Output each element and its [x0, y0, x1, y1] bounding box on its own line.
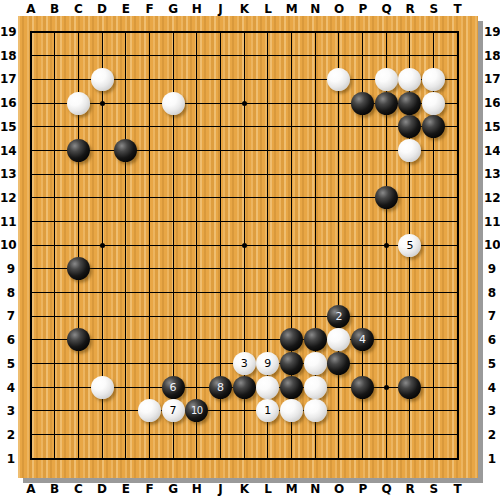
board-intersection-J2[interactable]	[209, 423, 233, 447]
board-intersection-O13[interactable]	[327, 162, 351, 186]
board-intersection-H2[interactable]	[185, 423, 209, 447]
board-intersection-C14[interactable]	[67, 139, 91, 163]
board-intersection-C15[interactable]	[67, 115, 91, 139]
board-intersection-K4[interactable]	[232, 375, 256, 399]
board-intersection-D1[interactable]	[90, 447, 114, 471]
board-intersection-L12[interactable]	[256, 186, 280, 210]
board-intersection-Q11[interactable]	[374, 210, 398, 234]
board-intersection-E4[interactable]	[114, 375, 138, 399]
board-intersection-F9[interactable]	[138, 257, 162, 281]
board-intersection-B14[interactable]	[43, 139, 67, 163]
board-intersection-M15[interactable]	[280, 115, 304, 139]
board-intersection-R15[interactable]	[398, 115, 422, 139]
board-intersection-A4[interactable]	[19, 375, 43, 399]
board-intersection-J14[interactable]	[209, 139, 233, 163]
board-intersection-K9[interactable]	[232, 257, 256, 281]
board-intersection-D10[interactable]	[90, 233, 114, 257]
board-intersection-T15[interactable]	[446, 115, 470, 139]
board-intersection-Q3[interactable]	[374, 399, 398, 423]
board-intersection-P17[interactable]	[351, 68, 375, 92]
board-intersection-D9[interactable]	[90, 257, 114, 281]
board-intersection-P2[interactable]	[351, 423, 375, 447]
board-intersection-O2[interactable]	[327, 423, 351, 447]
board-intersection-L6[interactable]	[256, 328, 280, 352]
board-intersection-M9[interactable]	[280, 257, 304, 281]
board-intersection-A16[interactable]	[19, 91, 43, 115]
board-intersection-M6[interactable]	[280, 328, 304, 352]
board-intersection-S6[interactable]	[422, 328, 446, 352]
board-intersection-R19[interactable]	[398, 20, 422, 44]
board-intersection-F7[interactable]	[138, 304, 162, 328]
board-intersection-N2[interactable]	[303, 423, 327, 447]
board-intersection-A7[interactable]	[19, 304, 43, 328]
board-intersection-J3[interactable]	[209, 399, 233, 423]
board-intersection-M13[interactable]	[280, 162, 304, 186]
board-intersection-Q2[interactable]	[374, 423, 398, 447]
board-intersection-B3[interactable]	[43, 399, 67, 423]
board-intersection-F2[interactable]	[138, 423, 162, 447]
board-intersection-C13[interactable]	[67, 162, 91, 186]
board-intersection-S18[interactable]	[422, 44, 446, 68]
board-intersection-R11[interactable]	[398, 210, 422, 234]
board-intersection-E17[interactable]	[114, 68, 138, 92]
board-intersection-G1[interactable]	[161, 447, 185, 471]
board-intersection-G7[interactable]	[161, 304, 185, 328]
board-intersection-L17[interactable]	[256, 68, 280, 92]
board-intersection-A15[interactable]	[19, 115, 43, 139]
board-intersection-D4[interactable]	[90, 375, 114, 399]
board-intersection-C8[interactable]	[67, 281, 91, 305]
board-intersection-K6[interactable]	[232, 328, 256, 352]
board-intersection-O17[interactable]	[327, 68, 351, 92]
board-intersection-T19[interactable]	[446, 20, 470, 44]
board-intersection-M3[interactable]	[280, 399, 304, 423]
board-intersection-B9[interactable]	[43, 257, 67, 281]
board-intersection-F10[interactable]	[138, 233, 162, 257]
board-intersection-T11[interactable]	[446, 210, 470, 234]
board-intersection-D19[interactable]	[90, 20, 114, 44]
board-intersection-G2[interactable]	[161, 423, 185, 447]
board-intersection-F15[interactable]	[138, 115, 162, 139]
board-intersection-A10[interactable]	[19, 233, 43, 257]
board-intersection-O5[interactable]	[327, 352, 351, 376]
board-intersection-M8[interactable]	[280, 281, 304, 305]
board-intersection-S1[interactable]	[422, 447, 446, 471]
board-intersection-D15[interactable]	[90, 115, 114, 139]
board-intersection-B2[interactable]	[43, 423, 67, 447]
board-intersection-B7[interactable]	[43, 304, 67, 328]
board-intersection-T13[interactable]	[446, 162, 470, 186]
board-intersection-B5[interactable]	[43, 352, 67, 376]
board-intersection-R1[interactable]	[398, 447, 422, 471]
board-intersection-O1[interactable]	[327, 447, 351, 471]
board-intersection-C9[interactable]	[67, 257, 91, 281]
board-intersection-F14[interactable]	[138, 139, 162, 163]
board-intersection-R16[interactable]	[398, 91, 422, 115]
board-intersection-N19[interactable]	[303, 20, 327, 44]
board-intersection-M4[interactable]	[280, 375, 304, 399]
board-intersection-N8[interactable]	[303, 281, 327, 305]
board-intersection-E5[interactable]	[114, 352, 138, 376]
board-intersection-Q4[interactable]	[374, 375, 398, 399]
board-intersection-P15[interactable]	[351, 115, 375, 139]
board-intersection-Q15[interactable]	[374, 115, 398, 139]
board-intersection-H5[interactable]	[185, 352, 209, 376]
board-intersection-L10[interactable]	[256, 233, 280, 257]
board-intersection-O16[interactable]	[327, 91, 351, 115]
board-intersection-N18[interactable]	[303, 44, 327, 68]
board-intersection-M14[interactable]	[280, 139, 304, 163]
board-intersection-R8[interactable]	[398, 281, 422, 305]
board-intersection-O15[interactable]	[327, 115, 351, 139]
board-intersection-E6[interactable]	[114, 328, 138, 352]
board-intersection-Q19[interactable]	[374, 20, 398, 44]
board-intersection-T1[interactable]	[446, 447, 470, 471]
board-intersection-Q10[interactable]	[374, 233, 398, 257]
board-intersection-T9[interactable]	[446, 257, 470, 281]
board-intersection-C1[interactable]	[67, 447, 91, 471]
board-intersection-J6[interactable]	[209, 328, 233, 352]
board-intersection-B12[interactable]	[43, 186, 67, 210]
board-intersection-B17[interactable]	[43, 68, 67, 92]
board-intersection-J18[interactable]	[209, 44, 233, 68]
board-intersection-T18[interactable]	[446, 44, 470, 68]
board-intersection-P4[interactable]	[351, 375, 375, 399]
board-intersection-K18[interactable]	[232, 44, 256, 68]
board-intersection-M19[interactable]	[280, 20, 304, 44]
board-intersection-B15[interactable]	[43, 115, 67, 139]
board-intersection-D17[interactable]	[90, 68, 114, 92]
board-intersection-C10[interactable]	[67, 233, 91, 257]
board-intersection-R14[interactable]	[398, 139, 422, 163]
board-intersection-P18[interactable]	[351, 44, 375, 68]
board-intersection-E16[interactable]	[114, 91, 138, 115]
board-intersection-A3[interactable]	[19, 399, 43, 423]
board-intersection-D18[interactable]	[90, 44, 114, 68]
board-intersection-C17[interactable]	[67, 68, 91, 92]
board-intersection-S3[interactable]	[422, 399, 446, 423]
board-intersection-C19[interactable]	[67, 20, 91, 44]
board-intersection-P9[interactable]	[351, 257, 375, 281]
board-intersection-M16[interactable]	[280, 91, 304, 115]
board-intersection-Q12[interactable]	[374, 186, 398, 210]
board-intersection-H11[interactable]	[185, 210, 209, 234]
board-intersection-F5[interactable]	[138, 352, 162, 376]
board-intersection-N4[interactable]	[303, 375, 327, 399]
board-intersection-K16[interactable]	[232, 91, 256, 115]
board-intersection-F6[interactable]	[138, 328, 162, 352]
board-intersection-H15[interactable]	[185, 115, 209, 139]
board-intersection-B4[interactable]	[43, 375, 67, 399]
board-intersection-N15[interactable]	[303, 115, 327, 139]
board-intersection-C2[interactable]	[67, 423, 91, 447]
board-intersection-D3[interactable]	[90, 399, 114, 423]
board-intersection-T14[interactable]	[446, 139, 470, 163]
board-intersection-G5[interactable]	[161, 352, 185, 376]
board-intersection-H9[interactable]	[185, 257, 209, 281]
board-intersection-N12[interactable]	[303, 186, 327, 210]
board-intersection-N14[interactable]	[303, 139, 327, 163]
board-intersection-J17[interactable]	[209, 68, 233, 92]
board-intersection-J5[interactable]	[209, 352, 233, 376]
board-intersection-S19[interactable]	[422, 20, 446, 44]
board-intersection-J10[interactable]	[209, 233, 233, 257]
board-intersection-H8[interactable]	[185, 281, 209, 305]
board-intersection-Q9[interactable]	[374, 257, 398, 281]
board-intersection-M17[interactable]	[280, 68, 304, 92]
board-intersection-P16[interactable]	[351, 91, 375, 115]
board-intersection-G15[interactable]	[161, 115, 185, 139]
board-intersection-L14[interactable]	[256, 139, 280, 163]
board-intersection-L18[interactable]	[256, 44, 280, 68]
board-intersection-J19[interactable]	[209, 20, 233, 44]
board-intersection-C7[interactable]	[67, 304, 91, 328]
board-intersection-J12[interactable]	[209, 186, 233, 210]
board-intersection-D7[interactable]	[90, 304, 114, 328]
board-intersection-J11[interactable]	[209, 210, 233, 234]
board-intersection-K17[interactable]	[232, 68, 256, 92]
board-intersection-P14[interactable]	[351, 139, 375, 163]
board-intersection-S14[interactable]	[422, 139, 446, 163]
board-intersection-F12[interactable]	[138, 186, 162, 210]
board-intersection-R10[interactable]: 5	[398, 233, 422, 257]
board-intersection-R7[interactable]	[398, 304, 422, 328]
board-intersection-F13[interactable]	[138, 162, 162, 186]
board-intersection-C16[interactable]	[67, 91, 91, 115]
board-intersection-C18[interactable]	[67, 44, 91, 68]
board-intersection-J15[interactable]	[209, 115, 233, 139]
board-intersection-C6[interactable]	[67, 328, 91, 352]
board-intersection-E12[interactable]	[114, 186, 138, 210]
board-intersection-M2[interactable]	[280, 423, 304, 447]
board-intersection-Q1[interactable]	[374, 447, 398, 471]
board-intersection-A19[interactable]	[19, 20, 43, 44]
board-intersection-T3[interactable]	[446, 399, 470, 423]
board-intersection-R13[interactable]	[398, 162, 422, 186]
board-intersection-D16[interactable]	[90, 91, 114, 115]
board-intersection-L7[interactable]	[256, 304, 280, 328]
board-intersection-T2[interactable]	[446, 423, 470, 447]
board-intersection-E15[interactable]	[114, 115, 138, 139]
board-intersection-E19[interactable]	[114, 20, 138, 44]
board-intersection-A6[interactable]	[19, 328, 43, 352]
board-intersection-F1[interactable]	[138, 447, 162, 471]
board-intersection-C3[interactable]	[67, 399, 91, 423]
board-intersection-E10[interactable]	[114, 233, 138, 257]
board-intersection-L13[interactable]	[256, 162, 280, 186]
board-intersection-E14[interactable]	[114, 139, 138, 163]
board-intersection-L19[interactable]	[256, 20, 280, 44]
board-intersection-M12[interactable]	[280, 186, 304, 210]
board-intersection-O6[interactable]	[327, 328, 351, 352]
board-intersection-L11[interactable]	[256, 210, 280, 234]
board-intersection-E7[interactable]	[114, 304, 138, 328]
board-intersection-P12[interactable]	[351, 186, 375, 210]
board-intersection-D11[interactable]	[90, 210, 114, 234]
board-intersection-E1[interactable]	[114, 447, 138, 471]
board-intersection-G14[interactable]	[161, 139, 185, 163]
board-intersection-H7[interactable]	[185, 304, 209, 328]
board-intersection-L15[interactable]	[256, 115, 280, 139]
board-intersection-E8[interactable]	[114, 281, 138, 305]
board-intersection-F3[interactable]	[138, 399, 162, 423]
board-intersection-N10[interactable]	[303, 233, 327, 257]
board-intersection-O14[interactable]	[327, 139, 351, 163]
board-intersection-P10[interactable]	[351, 233, 375, 257]
board-intersection-S16[interactable]	[422, 91, 446, 115]
board-intersection-S13[interactable]	[422, 162, 446, 186]
board-intersection-A9[interactable]	[19, 257, 43, 281]
board-intersection-H12[interactable]	[185, 186, 209, 210]
board-intersection-K8[interactable]	[232, 281, 256, 305]
board-intersection-T8[interactable]	[446, 281, 470, 305]
board-intersection-R4[interactable]	[398, 375, 422, 399]
board-intersection-D13[interactable]	[90, 162, 114, 186]
board-intersection-K12[interactable]	[232, 186, 256, 210]
board-intersection-T5[interactable]	[446, 352, 470, 376]
board-intersection-A13[interactable]	[19, 162, 43, 186]
board-intersection-N17[interactable]	[303, 68, 327, 92]
board-intersection-B18[interactable]	[43, 44, 67, 68]
board-intersection-G6[interactable]	[161, 328, 185, 352]
board-intersection-S15[interactable]	[422, 115, 446, 139]
board-intersection-F11[interactable]	[138, 210, 162, 234]
board-intersection-E13[interactable]	[114, 162, 138, 186]
board-intersection-L3[interactable]: 1	[256, 399, 280, 423]
board-intersection-D14[interactable]	[90, 139, 114, 163]
board-intersection-G16[interactable]	[161, 91, 185, 115]
board-intersection-G17[interactable]	[161, 68, 185, 92]
board-intersection-S9[interactable]	[422, 257, 446, 281]
board-intersection-L1[interactable]	[256, 447, 280, 471]
board-intersection-G12[interactable]	[161, 186, 185, 210]
board-intersection-F16[interactable]	[138, 91, 162, 115]
board-intersection-M11[interactable]	[280, 210, 304, 234]
board-intersection-P3[interactable]	[351, 399, 375, 423]
board-intersection-P6[interactable]: 4	[351, 328, 375, 352]
board-intersection-S17[interactable]	[422, 68, 446, 92]
board-intersection-S11[interactable]	[422, 210, 446, 234]
board-intersection-P7[interactable]	[351, 304, 375, 328]
board-intersection-M1[interactable]	[280, 447, 304, 471]
board-intersection-J16[interactable]	[209, 91, 233, 115]
board-intersection-L16[interactable]	[256, 91, 280, 115]
board-intersection-K1[interactable]	[232, 447, 256, 471]
board-intersection-N13[interactable]	[303, 162, 327, 186]
board-intersection-R2[interactable]	[398, 423, 422, 447]
board-intersection-G13[interactable]	[161, 162, 185, 186]
board-intersection-D6[interactable]	[90, 328, 114, 352]
board-intersection-D8[interactable]	[90, 281, 114, 305]
board-intersection-L8[interactable]	[256, 281, 280, 305]
board-intersection-K19[interactable]	[232, 20, 256, 44]
board-intersection-A17[interactable]	[19, 68, 43, 92]
board-intersection-G9[interactable]	[161, 257, 185, 281]
board-intersection-K2[interactable]	[232, 423, 256, 447]
board-intersection-P19[interactable]	[351, 20, 375, 44]
board-intersection-H17[interactable]	[185, 68, 209, 92]
board-intersection-C12[interactable]	[67, 186, 91, 210]
board-intersection-F19[interactable]	[138, 20, 162, 44]
board-intersection-T10[interactable]	[446, 233, 470, 257]
board-intersection-H18[interactable]	[185, 44, 209, 68]
board-intersection-H16[interactable]	[185, 91, 209, 115]
board-intersection-H6[interactable]	[185, 328, 209, 352]
board-intersection-H3[interactable]: 10	[185, 399, 209, 423]
board-intersection-H13[interactable]	[185, 162, 209, 186]
board-intersection-O4[interactable]	[327, 375, 351, 399]
board-intersection-O3[interactable]	[327, 399, 351, 423]
board-intersection-S5[interactable]	[422, 352, 446, 376]
board-intersection-H4[interactable]	[185, 375, 209, 399]
board-intersection-T12[interactable]	[446, 186, 470, 210]
board-intersection-Q5[interactable]	[374, 352, 398, 376]
board-intersection-S7[interactable]	[422, 304, 446, 328]
board-intersection-Q7[interactable]	[374, 304, 398, 328]
board-intersection-B11[interactable]	[43, 210, 67, 234]
board-intersection-A12[interactable]	[19, 186, 43, 210]
board-intersection-M10[interactable]	[280, 233, 304, 257]
board-intersection-N11[interactable]	[303, 210, 327, 234]
board-intersection-C11[interactable]	[67, 210, 91, 234]
board-intersection-J9[interactable]	[209, 257, 233, 281]
board-intersection-N5[interactable]	[303, 352, 327, 376]
board-intersection-N9[interactable]	[303, 257, 327, 281]
board-intersection-J1[interactable]	[209, 447, 233, 471]
board-intersection-G10[interactable]	[161, 233, 185, 257]
board-intersection-R12[interactable]	[398, 186, 422, 210]
board-intersection-A14[interactable]	[19, 139, 43, 163]
board-intersection-N16[interactable]	[303, 91, 327, 115]
board-intersection-G11[interactable]	[161, 210, 185, 234]
board-intersection-A11[interactable]	[19, 210, 43, 234]
board-intersection-A1[interactable]	[19, 447, 43, 471]
board-intersection-P13[interactable]	[351, 162, 375, 186]
board-intersection-T16[interactable]	[446, 91, 470, 115]
board-intersection-E9[interactable]	[114, 257, 138, 281]
board-intersection-Q13[interactable]	[374, 162, 398, 186]
board-intersection-R9[interactable]	[398, 257, 422, 281]
board-intersection-T17[interactable]	[446, 68, 470, 92]
board-intersection-D5[interactable]	[90, 352, 114, 376]
board-intersection-B10[interactable]	[43, 233, 67, 257]
board-intersection-B8[interactable]	[43, 281, 67, 305]
board-intersection-Q14[interactable]	[374, 139, 398, 163]
board-intersection-L9[interactable]	[256, 257, 280, 281]
board-intersection-O7[interactable]: 2	[327, 304, 351, 328]
board-intersection-P5[interactable]	[351, 352, 375, 376]
board-intersection-N1[interactable]	[303, 447, 327, 471]
board-intersection-T4[interactable]	[446, 375, 470, 399]
board-intersection-F4[interactable]	[138, 375, 162, 399]
board-intersection-S4[interactable]	[422, 375, 446, 399]
board-intersection-S8[interactable]	[422, 281, 446, 305]
board-intersection-J4[interactable]: 8	[209, 375, 233, 399]
board-intersection-G19[interactable]	[161, 20, 185, 44]
board-intersection-K11[interactable]	[232, 210, 256, 234]
board-intersection-H1[interactable]	[185, 447, 209, 471]
board-intersection-R3[interactable]	[398, 399, 422, 423]
board-intersection-J7[interactable]	[209, 304, 233, 328]
board-intersection-M18[interactable]	[280, 44, 304, 68]
board-intersection-Q16[interactable]	[374, 91, 398, 115]
board-intersection-F8[interactable]	[138, 281, 162, 305]
board-intersection-H14[interactable]	[185, 139, 209, 163]
board-intersection-A18[interactable]	[19, 44, 43, 68]
board-intersection-S10[interactable]	[422, 233, 446, 257]
board-intersection-K14[interactable]	[232, 139, 256, 163]
board-intersection-F17[interactable]	[138, 68, 162, 92]
